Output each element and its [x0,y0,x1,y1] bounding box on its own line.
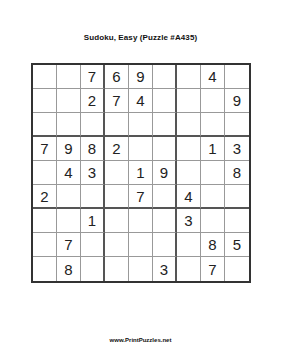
cell-r8c1[interactable] [33,233,57,257]
cell-r5c2[interactable]: 4 [57,161,81,185]
cell-r9c9[interactable] [225,257,249,281]
cell-r2c6[interactable] [153,89,177,113]
cell-r5c3[interactable]: 3 [81,161,105,185]
cell-r6c9[interactable] [225,185,249,209]
cell-r4c7[interactable] [177,137,201,161]
cell-r9c2[interactable]: 8 [57,257,81,281]
cell-r6c8[interactable] [201,185,225,209]
cell-r6c5[interactable]: 7 [129,185,153,209]
cell-r5c9[interactable]: 8 [225,161,249,185]
cell-r3c6[interactable] [153,113,177,137]
cell-r1c9[interactable] [225,65,249,89]
cell-r4c4[interactable]: 2 [105,137,129,161]
cell-r1c7[interactable] [177,65,201,89]
cell-r3c4[interactable] [105,113,129,137]
cell-r9c6[interactable]: 3 [153,257,177,281]
cell-r7c3[interactable]: 1 [81,209,105,233]
cell-r3c1[interactable] [33,113,57,137]
cell-r4c5[interactable] [129,137,153,161]
cell-r7c2[interactable] [57,209,81,233]
cell-r2c3[interactable]: 2 [81,89,105,113]
cell-r6c7[interactable]: 4 [177,185,201,209]
cell-r2c5[interactable]: 4 [129,89,153,113]
cell-r1c5[interactable]: 9 [129,65,153,89]
cell-r8c3[interactable] [81,233,105,257]
cell-r5c6[interactable]: 9 [153,161,177,185]
cell-r9c4[interactable] [105,257,129,281]
cell-r4c2[interactable]: 9 [57,137,81,161]
cell-r6c4[interactable] [105,185,129,209]
cell-r6c2[interactable] [57,185,81,209]
cell-r9c1[interactable] [33,257,57,281]
cell-r6c1[interactable]: 2 [33,185,57,209]
cell-r1c3[interactable]: 7 [81,65,105,89]
cell-r4c3[interactable]: 8 [81,137,105,161]
cell-r4c8[interactable]: 1 [201,137,225,161]
cell-r2c7[interactable] [177,89,201,113]
cell-r8c9[interactable]: 5 [225,233,249,257]
cell-r9c3[interactable] [81,257,105,281]
sudoku-page: Sudoku, Easy (Puzzle #A435) 769427497982… [0,0,281,363]
cell-r1c2[interactable] [57,65,81,89]
cell-r3c5[interactable] [129,113,153,137]
cell-r1c6[interactable] [153,65,177,89]
cell-r8c7[interactable] [177,233,201,257]
cell-r7c1[interactable] [33,209,57,233]
cell-r7c6[interactable] [153,209,177,233]
footer-url: www.PrintPuzzles.net [0,337,281,343]
cell-r3c7[interactable] [177,113,201,137]
cell-r5c4[interactable] [105,161,129,185]
cell-r8c8[interactable]: 8 [201,233,225,257]
cell-r8c4[interactable] [105,233,129,257]
cell-r5c1[interactable] [33,161,57,185]
cell-r2c8[interactable] [201,89,225,113]
cell-r4c1[interactable]: 7 [33,137,57,161]
cell-r9c7[interactable] [177,257,201,281]
cell-r7c4[interactable] [105,209,129,233]
cell-r8c5[interactable] [129,233,153,257]
cell-r7c7[interactable]: 3 [177,209,201,233]
cell-r7c8[interactable] [201,209,225,233]
cell-r8c6[interactable] [153,233,177,257]
cell-r3c8[interactable] [201,113,225,137]
cell-r5c5[interactable]: 1 [129,161,153,185]
cell-r1c4[interactable]: 6 [105,65,129,89]
cell-r2c2[interactable] [57,89,81,113]
cell-r2c1[interactable] [33,89,57,113]
cell-r4c6[interactable] [153,137,177,161]
cell-r2c4[interactable]: 7 [105,89,129,113]
cell-r9c5[interactable] [129,257,153,281]
cell-r2c9[interactable]: 9 [225,89,249,113]
cell-r1c1[interactable] [33,65,57,89]
cell-r5c8[interactable] [201,161,225,185]
cell-r1c8[interactable]: 4 [201,65,225,89]
cell-r9c8[interactable]: 7 [201,257,225,281]
sudoku-grid: 769427497982134319827413785837 [31,63,251,283]
cell-r5c7[interactable] [177,161,201,185]
cell-r3c3[interactable] [81,113,105,137]
cell-r6c3[interactable] [81,185,105,209]
cell-r7c9[interactable] [225,209,249,233]
cell-r8c2[interactable]: 7 [57,233,81,257]
cell-r3c2[interactable] [57,113,81,137]
cell-r6c6[interactable] [153,185,177,209]
cell-r3c9[interactable] [225,113,249,137]
puzzle-title: Sudoku, Easy (Puzzle #A435) [0,33,281,42]
cell-r7c5[interactable] [129,209,153,233]
cell-r4c9[interactable]: 3 [225,137,249,161]
